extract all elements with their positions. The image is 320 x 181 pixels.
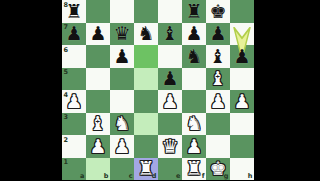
square-g6[interactable]: ♝ (206, 45, 230, 68)
white-pawn-on-a4[interactable]: ♟ (65, 92, 82, 111)
square-c7[interactable]: ♛ (110, 23, 134, 46)
square-g2[interactable] (206, 135, 230, 158)
square-a6[interactable]: 6 (62, 45, 86, 68)
square-d6[interactable] (134, 45, 158, 68)
square-h7[interactable] (230, 23, 254, 46)
square-f6[interactable]: ♞ (182, 45, 206, 68)
white-pawn-on-c2[interactable]: ♟ (113, 137, 130, 156)
square-h2[interactable] (230, 135, 254, 158)
white-pawn-on-g4[interactable]: ♟ (209, 92, 226, 111)
square-a1[interactable]: 1a (62, 158, 86, 181)
white-king-on-g1[interactable]: ♚ (209, 159, 226, 178)
square-f2[interactable]: ♟ (182, 135, 206, 158)
black-knight-on-d7[interactable]: ♞ (137, 24, 154, 43)
square-h1[interactable]: h (230, 158, 254, 181)
square-e1[interactable]: e (158, 158, 182, 181)
square-f3[interactable]: ♞ (182, 113, 206, 136)
square-g8[interactable]: ♚ (206, 0, 230, 23)
letterbox-right (254, 0, 320, 180)
black-pawn-on-f7[interactable]: ♟ (185, 24, 202, 43)
white-pawn-on-b2[interactable]: ♟ (89, 137, 106, 156)
square-d3[interactable] (134, 113, 158, 136)
square-a8[interactable]: 8♜ (62, 0, 86, 23)
square-d7[interactable]: ♞ (134, 23, 158, 46)
square-c3[interactable]: ♞ (110, 113, 134, 136)
square-a2[interactable]: 2 (62, 135, 86, 158)
square-a5[interactable]: 5 (62, 68, 86, 91)
chess-board[interactable]: 8♜♜♚7♟♟♛♞♝♟♟6♟♞♝♟5♟♝4♟♟♟♟3♝♞♞2♟♟♛♟1abcd♜… (62, 0, 254, 180)
black-rook-on-a8[interactable]: ♜ (65, 2, 82, 21)
square-g4[interactable]: ♟ (206, 90, 230, 113)
square-e2[interactable]: ♛ (158, 135, 182, 158)
file-label-b: b (104, 172, 109, 180)
white-bishop-on-g5[interactable]: ♝ (209, 69, 226, 88)
file-label-e: e (176, 172, 180, 180)
square-d1[interactable]: d♜ (134, 158, 158, 181)
rank-label-1: 1 (64, 158, 69, 166)
square-c4[interactable] (110, 90, 134, 113)
white-knight-on-c3[interactable]: ♞ (113, 114, 130, 133)
square-a3[interactable]: 3 (62, 113, 86, 136)
white-pawn-on-f2[interactable]: ♟ (185, 137, 202, 156)
square-c1[interactable]: c (110, 158, 134, 181)
square-h6[interactable]: ♟ (230, 45, 254, 68)
rank-label-5: 5 (64, 68, 69, 76)
file-label-a: a (80, 172, 84, 180)
white-bishop-on-b3[interactable]: ♝ (89, 114, 106, 133)
white-rook-on-f1[interactable]: ♜ (185, 159, 202, 178)
square-f4[interactable] (182, 90, 206, 113)
square-f8[interactable]: ♜ (182, 0, 206, 23)
square-g5[interactable]: ♝ (206, 68, 230, 91)
square-f5[interactable] (182, 68, 206, 91)
square-b5[interactable] (86, 68, 110, 91)
black-pawn-on-a7[interactable]: ♟ (65, 24, 82, 43)
black-king-on-g8[interactable]: ♚ (209, 2, 226, 21)
white-pawn-on-e4[interactable]: ♟ (161, 92, 178, 111)
square-b1[interactable]: b (86, 158, 110, 181)
square-e7[interactable]: ♝ (158, 23, 182, 46)
square-c8[interactable] (110, 0, 134, 23)
square-a7[interactable]: 7♟ (62, 23, 86, 46)
square-f7[interactable]: ♟ (182, 23, 206, 46)
square-e8[interactable] (158, 0, 182, 23)
rank-label-6: 6 (64, 46, 69, 54)
white-queen-on-e2[interactable]: ♛ (161, 137, 178, 156)
black-bishop-on-e7[interactable]: ♝ (161, 24, 178, 43)
rank-label-3: 3 (64, 113, 69, 121)
black-pawn-on-e5[interactable]: ♟ (161, 69, 178, 88)
square-h8[interactable] (230, 0, 254, 23)
white-pawn-on-h4[interactable]: ♟ (233, 92, 250, 111)
square-g3[interactable] (206, 113, 230, 136)
square-b3[interactable]: ♝ (86, 113, 110, 136)
square-d5[interactable] (134, 68, 158, 91)
white-knight-on-f3[interactable]: ♞ (185, 114, 202, 133)
file-label-c: c (129, 172, 133, 180)
black-pawn-on-b7[interactable]: ♟ (89, 24, 106, 43)
black-rook-on-f8[interactable]: ♜ (185, 2, 202, 21)
rank-label-2: 2 (64, 136, 69, 144)
black-pawn-on-c6[interactable]: ♟ (113, 47, 130, 66)
square-h4[interactable]: ♟ (230, 90, 254, 113)
black-bishop-on-g6[interactable]: ♝ (209, 47, 226, 66)
square-c6[interactable]: ♟ (110, 45, 134, 68)
letterbox-left (0, 0, 62, 180)
white-rook-on-d1[interactable]: ♜ (137, 159, 154, 178)
square-e5[interactable]: ♟ (158, 68, 182, 91)
black-knight-on-f6[interactable]: ♞ (185, 47, 202, 66)
square-c5[interactable] (110, 68, 134, 91)
square-f1[interactable]: f♜ (182, 158, 206, 181)
black-pawn-on-g7[interactable]: ♟ (209, 24, 226, 43)
square-d2[interactable] (134, 135, 158, 158)
square-h5[interactable] (230, 68, 254, 91)
square-g7[interactable]: ♟ (206, 23, 230, 46)
file-label-h: h (248, 172, 253, 180)
black-pawn-on-h6[interactable]: ♟ (233, 47, 250, 66)
square-g1[interactable]: g♚ (206, 158, 230, 181)
square-b4[interactable] (86, 90, 110, 113)
square-c2[interactable]: ♟ (110, 135, 134, 158)
square-a4[interactable]: 4♟ (62, 90, 86, 113)
square-e4[interactable]: ♟ (158, 90, 182, 113)
square-b8[interactable] (86, 0, 110, 23)
square-b6[interactable] (86, 45, 110, 68)
square-e3[interactable] (158, 113, 182, 136)
black-queen-on-c7[interactable]: ♛ (113, 24, 130, 43)
square-d4[interactable] (134, 90, 158, 113)
square-b7[interactable]: ♟ (86, 23, 110, 46)
square-b2[interactable]: ♟ (86, 135, 110, 158)
square-d8[interactable] (134, 0, 158, 23)
square-h3[interactable] (230, 113, 254, 136)
square-e6[interactable] (158, 45, 182, 68)
